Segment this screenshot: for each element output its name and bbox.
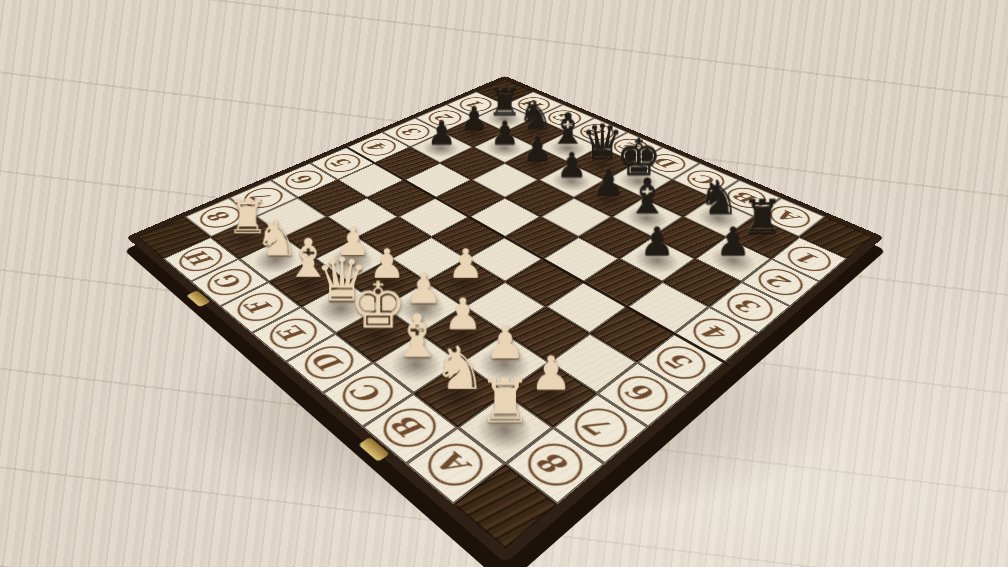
white-rook-icon: ♜ [478,371,533,432]
black-pawn-icon: ♟ [522,132,552,166]
rank-label-glyph: 2 [750,264,811,301]
black-pawn-icon: ♟ [460,103,488,135]
black-bishop-icon: ♝ [626,172,669,220]
black-pawn-icon: ♟ [716,222,751,261]
black-pawn-icon: ♟ [556,148,587,183]
black-knight-icon: ♞ [698,174,740,220]
black-pawn-icon: ♟ [427,117,456,150]
black-pawn-icon: ♟ [592,165,624,201]
white-pawn-icon: ♟ [530,349,572,396]
white-pawn-icon: ♟ [443,293,482,337]
white-pawn-icon: ♟ [485,320,526,365]
black-pawn-icon: ♟ [490,117,519,150]
photo-scene: ABCDEFGH8♜♞♝♚♛♝♞♜87♟♟♟♟♟♟76♟655443♟♟32♟♝… [0,0,1008,567]
white-pawn-icon: ♟ [447,244,483,285]
black-pawn-icon: ♟ [639,222,674,261]
